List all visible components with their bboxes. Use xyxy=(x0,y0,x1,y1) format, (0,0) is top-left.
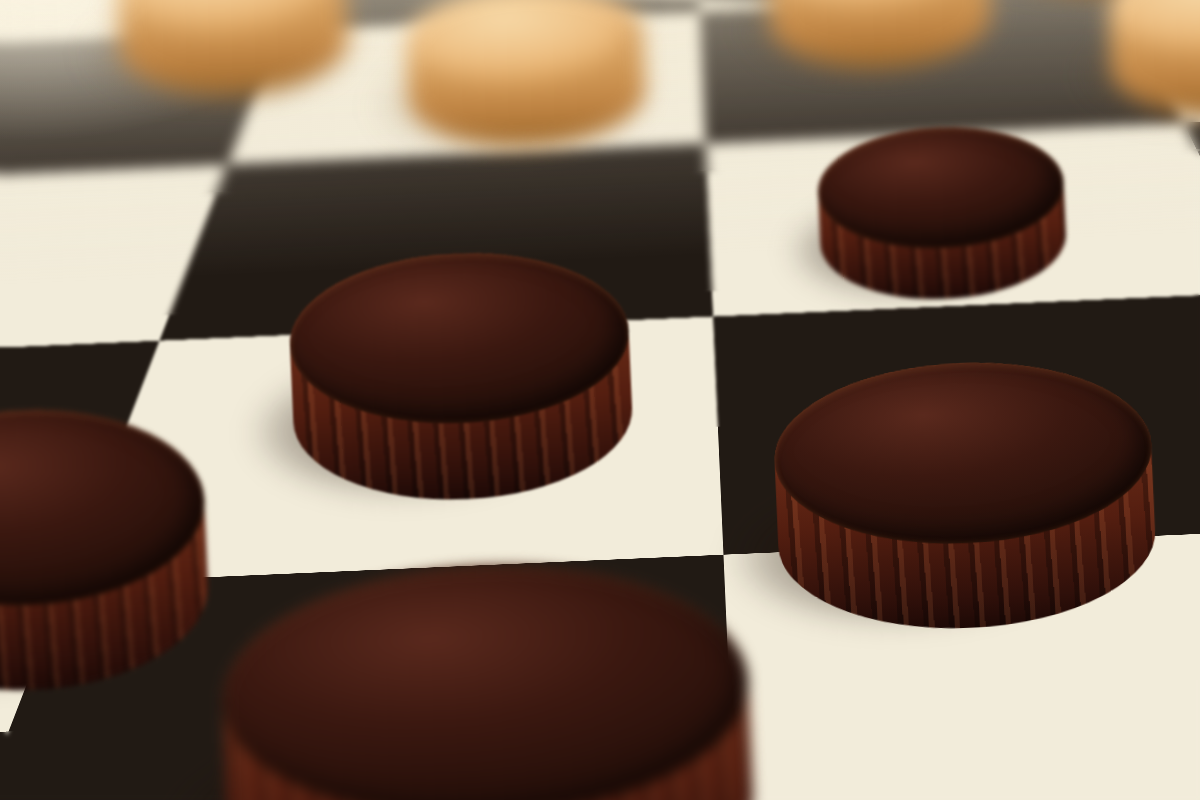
checker-top-face xyxy=(286,246,632,430)
checker-dark-d[interactable] xyxy=(0,0,1200,800)
checker-cast-shadow xyxy=(657,437,1156,665)
checker-top-face xyxy=(815,122,1066,253)
scene xyxy=(0,0,1200,800)
checker-side xyxy=(217,555,758,800)
checker-light-3[interactable] xyxy=(0,0,1200,800)
checker-cast-shadow xyxy=(333,34,647,169)
checker-top-face xyxy=(1106,0,1200,66)
checker-light-6[interactable] xyxy=(0,0,1200,800)
checker-light-5[interactable] xyxy=(0,0,1200,800)
checker-cast-shadow xyxy=(1036,3,1200,138)
checker-top-face xyxy=(404,0,646,96)
checker-top-face xyxy=(771,355,1156,551)
pieces-layer xyxy=(0,0,1200,800)
checker-cast-shadow xyxy=(47,0,350,118)
checker-top-face xyxy=(766,0,991,20)
checker-top-face xyxy=(0,403,209,613)
checker-light-2[interactable] xyxy=(0,0,1200,800)
checker-light-1[interactable] xyxy=(0,0,1200,800)
checker-side xyxy=(286,246,636,506)
checker-light-4[interactable] xyxy=(0,0,1200,800)
checker-side xyxy=(115,0,351,100)
checker-top-face xyxy=(115,0,348,45)
checker-side xyxy=(0,403,212,698)
checker-dark-e[interactable] xyxy=(0,0,1200,800)
checker-side xyxy=(404,0,648,151)
checker-cast-shadow xyxy=(741,171,1066,324)
checker-dark-b[interactable] xyxy=(0,0,1200,800)
checker-cast-shadow xyxy=(0,485,210,729)
checker-cast-shadow xyxy=(59,663,754,800)
checker-top-face xyxy=(217,555,753,800)
checker-cast-shadow xyxy=(700,0,991,90)
checker-cast-shadow xyxy=(184,320,633,534)
checker-side xyxy=(1106,0,1200,121)
checker-dark-c[interactable] xyxy=(0,0,1200,800)
checkers-photo xyxy=(0,0,1200,800)
checker-side xyxy=(766,0,993,73)
checker-dark-a[interactable] xyxy=(0,0,1200,800)
checker-side xyxy=(815,122,1068,304)
checker-side xyxy=(771,355,1160,636)
checker-cast-shadow xyxy=(940,0,1200,11)
